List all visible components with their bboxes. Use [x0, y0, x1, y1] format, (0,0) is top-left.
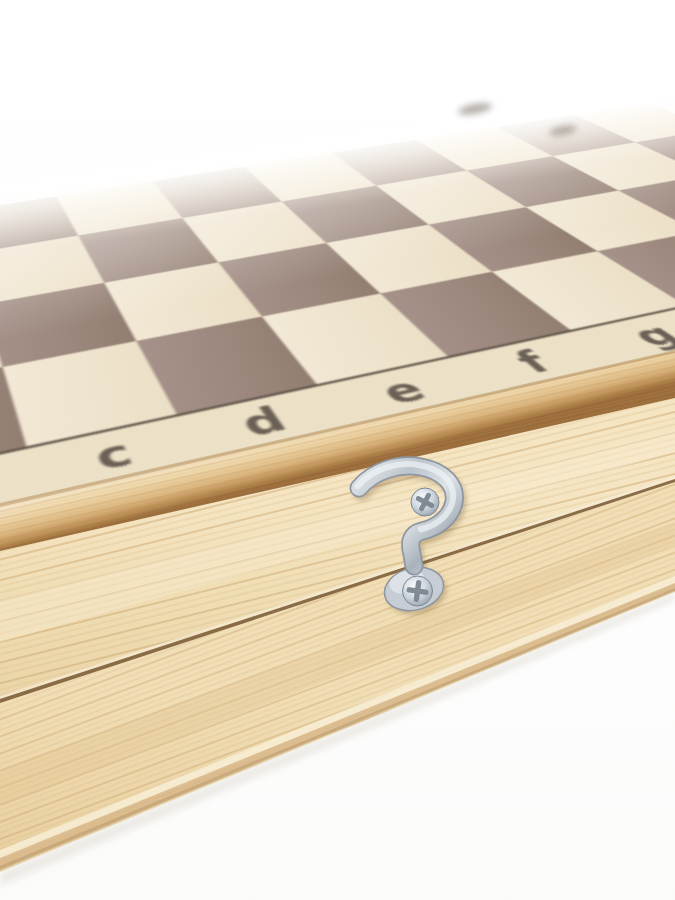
clasp-pivot-screw	[411, 488, 439, 516]
board-top-face: abcdefgh	[0, 103, 675, 579]
clasp-catch-plate	[380, 561, 448, 616]
far-edge-smudge	[457, 101, 492, 117]
phillips-cross-highlight-icon	[414, 491, 434, 511]
clasp-hook	[358, 464, 455, 566]
phillips-cross-highlight-icon	[405, 579, 428, 602]
phillips-cross-icon	[415, 492, 435, 512]
bottom-edge-highlight	[0, 576, 675, 860]
lid-base-seam	[0, 479, 675, 705]
phillips-cross-icon	[406, 580, 429, 603]
base-front	[0, 482, 675, 872]
clasp-shadow	[362, 470, 457, 621]
base-dark-zone	[0, 522, 675, 806]
bottom-edge-line	[0, 588, 675, 870]
clasp-catch-plate-highlight	[387, 567, 427, 597]
seam-catchlight	[0, 476, 675, 699]
base-front-grain	[0, 482, 675, 872]
ground-shadow	[0, 592, 675, 886]
clasp-catch-screw	[403, 576, 433, 606]
bottom-edge	[0, 583, 675, 868]
chess-box-photo: abcdefgh	[0, 0, 675, 900]
board-surface: abcdefgh	[0, 103, 675, 579]
